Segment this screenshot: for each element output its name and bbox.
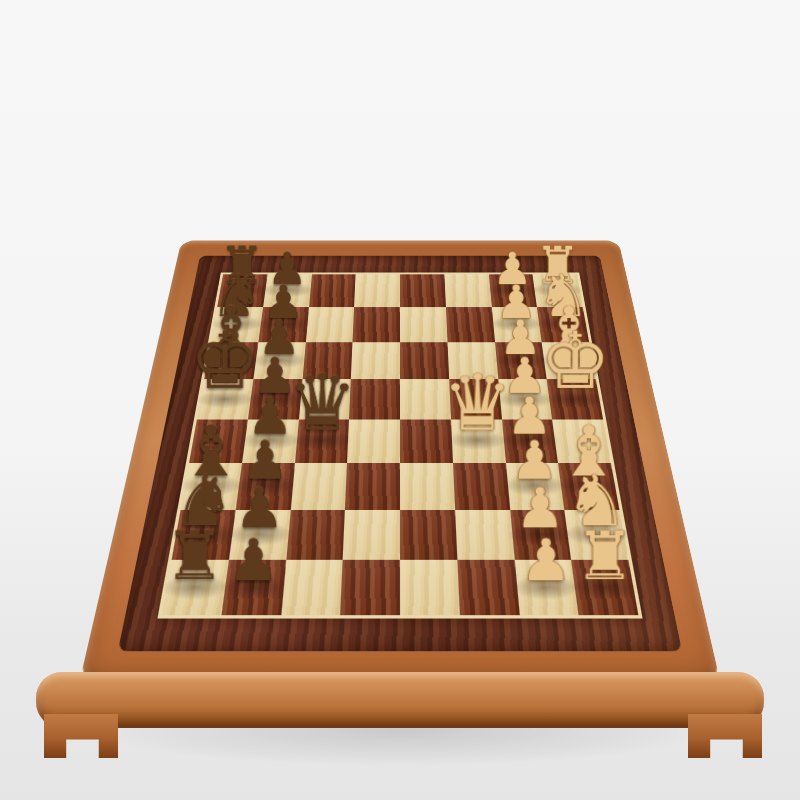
- black-pawn-glyph: ♟: [191, 439, 318, 589]
- product-photo: ♜♞♝♚♝♞♜♟♟♟♟♟♟♟♟♛♛♟♟♟♟♟♟♟♟♜♞♝♚♝♞♜: [0, 0, 800, 800]
- pieces-layer: ♜♞♝♚♝♞♜♟♟♟♟♟♟♟♟♛♛♟♟♟♟♟♟♟♟♜♞♝♚♝♞♜: [162, 274, 639, 615]
- white-rook-glyph: ♜: [541, 439, 668, 589]
- chess-table: ♜♞♝♚♝♞♜♟♟♟♟♟♟♟♟♛♛♟♟♟♟♟♟♟♟♜♞♝♚♝♞♜: [79, 241, 721, 684]
- table-apron: [36, 672, 764, 728]
